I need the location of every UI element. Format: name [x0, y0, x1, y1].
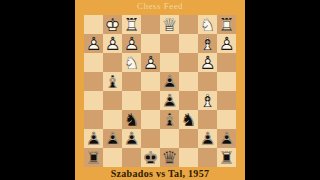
piece-white-pawn-b3[interactable]: ♟♙: [198, 53, 217, 72]
piece-white-pawn-e3[interactable]: ♟♙: [141, 53, 160, 72]
piece-fill-glyph: ♟: [198, 53, 217, 72]
square-c4[interactable]: [179, 72, 198, 91]
square-d8[interactable]: ♛♕: [160, 148, 179, 167]
square-f8[interactable]: [122, 148, 141, 167]
piece-black-bishop-d6[interactable]: ♝♗: [160, 110, 179, 129]
piece-outline-glyph: ♙: [84, 34, 103, 53]
square-g6[interactable]: [103, 110, 122, 129]
square-e2[interactable]: [141, 34, 160, 53]
square-h3[interactable]: [84, 53, 103, 72]
piece-outline-glyph: ♕: [160, 15, 179, 34]
piece-black-rook-h8[interactable]: ♜♖: [84, 148, 103, 167]
square-c5[interactable]: [179, 91, 198, 110]
game-caption: Szabados vs Tal, 1957: [75, 167, 245, 180]
piece-fill-glyph: ♟: [84, 34, 103, 53]
square-g7[interactable]: ♟♙: [103, 129, 122, 148]
square-b8[interactable]: [198, 148, 217, 167]
piece-black-knight-f6[interactable]: ♞♘: [122, 110, 141, 129]
piece-fill-glyph: ♝: [160, 110, 179, 129]
piece-white-pawn-h2[interactable]: ♟♙: [84, 34, 103, 53]
square-c3[interactable]: [179, 53, 198, 72]
piece-fill-glyph: ♚: [141, 148, 160, 167]
piece-outline-glyph: ♙: [160, 72, 179, 91]
square-f2[interactable]: ♟♙: [122, 34, 141, 53]
piece-black-rook-a8[interactable]: ♜♖: [217, 148, 236, 167]
piece-outline-glyph: ♗: [160, 110, 179, 129]
piece-outline-glyph: ♙: [103, 34, 122, 53]
piece-black-pawn-d4[interactable]: ♟♙: [160, 72, 179, 91]
piece-fill-glyph: ♟: [141, 53, 160, 72]
piece-outline-glyph: ♙: [141, 53, 160, 72]
piece-fill-glyph: ♟: [217, 34, 236, 53]
square-b2[interactable]: ♝♗: [198, 34, 217, 53]
square-a4[interactable]: [217, 72, 236, 91]
piece-outline-glyph: ♔: [141, 148, 160, 167]
piece-outline-glyph: ♙: [217, 129, 236, 148]
piece-white-queen-d1[interactable]: ♛♕: [160, 15, 179, 34]
piece-fill-glyph: ♟: [103, 34, 122, 53]
square-d2[interactable]: [160, 34, 179, 53]
square-f1[interactable]: ♜♖: [122, 15, 141, 34]
chess-board[interactable]: ♚♔♜♖♛♕♞♘♜♖♟♙♟♙♟♙♝♗♟♙♞♘♟♙♟♙♝♗♟♙♟♙♝♗♞♘♝♗♞♘…: [84, 15, 236, 167]
square-c7[interactable]: [179, 129, 198, 148]
square-d3[interactable]: [160, 53, 179, 72]
piece-outline-glyph: ♘: [122, 110, 141, 129]
piece-outline-glyph: ♗: [103, 72, 122, 91]
piece-outline-glyph: ♙: [160, 91, 179, 110]
piece-outline-glyph: ♙: [217, 34, 236, 53]
piece-fill-glyph: ♟: [122, 129, 141, 148]
square-a5[interactable]: [217, 91, 236, 110]
square-c2[interactable]: [179, 34, 198, 53]
piece-fill-glyph: ♟: [217, 129, 236, 148]
piece-black-pawn-f7[interactable]: ♟♙: [122, 129, 141, 148]
square-f5[interactable]: [122, 91, 141, 110]
square-a8[interactable]: ♜♖: [217, 148, 236, 167]
piece-fill-glyph: ♚: [103, 15, 122, 34]
square-b7[interactable]: ♟♙: [198, 129, 217, 148]
square-g5[interactable]: [103, 91, 122, 110]
square-b3[interactable]: ♟♙: [198, 53, 217, 72]
piece-outline-glyph: ♖: [217, 15, 236, 34]
piece-black-pawn-g7[interactable]: ♟♙: [103, 129, 122, 148]
piece-white-pawn-a2[interactable]: ♟♙: [217, 34, 236, 53]
square-c1[interactable]: [179, 15, 198, 34]
square-h1[interactable]: [84, 15, 103, 34]
square-g1[interactable]: ♚♔: [103, 15, 122, 34]
piece-fill-glyph: ♞: [122, 110, 141, 129]
piece-white-pawn-g2[interactable]: ♟♙: [103, 34, 122, 53]
square-b4[interactable]: [198, 72, 217, 91]
square-d4[interactable]: ♟♙: [160, 72, 179, 91]
piece-fill-glyph: ♝: [198, 34, 217, 53]
piece-fill-glyph: ♟: [160, 91, 179, 110]
piece-black-pawn-a7[interactable]: ♟♙: [217, 129, 236, 148]
square-h2[interactable]: ♟♙: [84, 34, 103, 53]
piece-fill-glyph: ♝: [103, 72, 122, 91]
piece-outline-glyph: ♘: [122, 53, 141, 72]
square-e1[interactable]: [141, 15, 160, 34]
square-d1[interactable]: ♛♕: [160, 15, 179, 34]
piece-outline-glyph: ♙: [122, 34, 141, 53]
piece-fill-glyph: ♟: [160, 72, 179, 91]
piece-black-pawn-d5[interactable]: ♟♙: [160, 91, 179, 110]
piece-fill-glyph: ♟: [122, 34, 141, 53]
piece-white-rook-a1[interactable]: ♜♖: [217, 15, 236, 34]
square-g2[interactable]: ♟♙: [103, 34, 122, 53]
square-e6[interactable]: [141, 110, 160, 129]
piece-outline-glyph: ♙: [198, 129, 217, 148]
piece-black-queen-d8[interactable]: ♛♕: [160, 148, 179, 167]
piece-fill-glyph: ♜: [217, 148, 236, 167]
piece-fill-glyph: ♞: [179, 110, 198, 129]
piece-outline-glyph: ♙: [122, 129, 141, 148]
piece-fill-glyph: ♜: [84, 148, 103, 167]
square-b5[interactable]: ♝♗: [198, 91, 217, 110]
piece-outline-glyph: ♖: [122, 15, 141, 34]
square-f3[interactable]: ♞♘: [122, 53, 141, 72]
feed-card: Chess Feed ♚♔♜♖♛♕♞♘♜♖♟♙♟♙♟♙♝♗♟♙♞♘♟♙♟♙♝♗♟…: [75, 0, 245, 180]
square-b1[interactable]: ♞♘: [198, 15, 217, 34]
piece-white-rook-f1[interactable]: ♜♖: [122, 15, 141, 34]
piece-outline-glyph: ♖: [217, 148, 236, 167]
piece-fill-glyph: ♟: [103, 129, 122, 148]
piece-fill-glyph: ♞: [198, 15, 217, 34]
square-h5[interactable]: [84, 91, 103, 110]
piece-outline-glyph: ♗: [198, 91, 217, 110]
page-title: Chess Feed: [75, 0, 245, 13]
square-e3[interactable]: ♟♙: [141, 53, 160, 72]
piece-black-pawn-b7[interactable]: ♟♙: [198, 129, 217, 148]
square-e5[interactable]: [141, 91, 160, 110]
piece-outline-glyph: ♕: [160, 148, 179, 167]
piece-fill-glyph: ♜: [217, 15, 236, 34]
piece-fill-glyph: ♛: [160, 15, 179, 34]
piece-outline-glyph: ♙: [198, 53, 217, 72]
piece-outline-glyph: ♗: [198, 34, 217, 53]
piece-fill-glyph: ♛: [160, 148, 179, 167]
piece-white-bishop-b2[interactable]: ♝♗: [198, 34, 217, 53]
square-f6[interactable]: ♞♘: [122, 110, 141, 129]
piece-black-knight-c6[interactable]: ♞♘: [179, 110, 198, 129]
square-g4[interactable]: ♝♗: [103, 72, 122, 91]
piece-outline-glyph: ♘: [198, 15, 217, 34]
piece-fill-glyph: ♟: [198, 129, 217, 148]
square-f4[interactable]: [122, 72, 141, 91]
piece-fill-glyph: ♝: [198, 91, 217, 110]
piece-white-knight-b1[interactable]: ♞♘: [198, 15, 217, 34]
square-e4[interactable]: [141, 72, 160, 91]
piece-white-king-g1[interactable]: ♚♔: [103, 15, 122, 34]
square-c6[interactable]: ♞♘: [179, 110, 198, 129]
square-a3[interactable]: [217, 53, 236, 72]
piece-fill-glyph: ♟: [84, 129, 103, 148]
square-d7[interactable]: [160, 129, 179, 148]
piece-outline-glyph: ♙: [84, 129, 103, 148]
square-a1[interactable]: ♜♖: [217, 15, 236, 34]
piece-black-pawn-h7[interactable]: ♟♙: [84, 129, 103, 148]
square-e7[interactable]: [141, 129, 160, 148]
square-a2[interactable]: ♟♙: [217, 34, 236, 53]
square-g3[interactable]: [103, 53, 122, 72]
square-b6[interactable]: [198, 110, 217, 129]
square-h6[interactable]: [84, 110, 103, 129]
square-h8[interactable]: ♜♖: [84, 148, 103, 167]
piece-black-bishop-g4[interactable]: ♝♗: [103, 72, 122, 91]
square-c8[interactable]: [179, 148, 198, 167]
square-a6[interactable]: [217, 110, 236, 129]
square-h7[interactable]: ♟♙: [84, 129, 103, 148]
piece-fill-glyph: ♞: [122, 53, 141, 72]
square-d5[interactable]: ♟♙: [160, 91, 179, 110]
piece-outline-glyph: ♙: [103, 129, 122, 148]
square-f7[interactable]: ♟♙: [122, 129, 141, 148]
piece-outline-glyph: ♔: [103, 15, 122, 34]
piece-fill-glyph: ♜: [122, 15, 141, 34]
square-e8[interactable]: ♚♔: [141, 148, 160, 167]
piece-black-king-e8[interactable]: ♚♔: [141, 148, 160, 167]
square-a7[interactable]: ♟♙: [217, 129, 236, 148]
square-g8[interactable]: [103, 148, 122, 167]
square-h4[interactable]: [84, 72, 103, 91]
piece-outline-glyph: ♘: [179, 110, 198, 129]
square-d6[interactable]: ♝♗: [160, 110, 179, 129]
piece-white-bishop-b5[interactable]: ♝♗: [198, 91, 217, 110]
piece-white-pawn-f2[interactable]: ♟♙: [122, 34, 141, 53]
piece-white-knight-f3[interactable]: ♞♘: [122, 53, 141, 72]
piece-outline-glyph: ♖: [84, 148, 103, 167]
